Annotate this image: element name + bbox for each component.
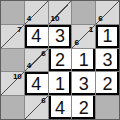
cell-value: 3 (55, 27, 65, 45)
cell-r4c2[interactable]: 4 (49, 96, 72, 119)
blocked-cell-r4c4 (96, 96, 119, 119)
cell-r4c3[interactable]: 2 (72, 96, 95, 119)
cell-value: 3 (79, 75, 89, 93)
cell-r3c4[interactable]: 2 (96, 72, 119, 95)
clue-cell-r2c1: 64 (25, 49, 48, 72)
cell-r2c2[interactable]: 2 (49, 49, 72, 72)
cell-value: 4 (55, 99, 65, 117)
blocked-cell-r2c0 (1, 49, 24, 72)
down-clue: 10 (51, 15, 60, 23)
across-clue: 6 (41, 50, 45, 58)
down-clue: 4 (27, 62, 31, 70)
cell-r3c1[interactable]: 4 (25, 72, 48, 95)
down-clue: 6 (98, 15, 102, 23)
cell-value: 2 (55, 51, 65, 69)
cell-r2c4[interactable]: 3 (96, 49, 119, 72)
cell-value: 2 (103, 75, 113, 93)
cell-r1c4[interactable]: 1 (96, 25, 119, 48)
kakuro-board: 410674316164213104132642 (0, 0, 120, 120)
clue-cell-r4c1: 6 (25, 96, 48, 119)
clue-cell-r1c0: 7 (1, 25, 24, 48)
cell-value: 3 (103, 51, 113, 69)
cell-value: 1 (103, 27, 113, 45)
down-clue: 4 (27, 15, 31, 23)
across-clue: 10 (13, 73, 22, 81)
clue-cell-r0c2: 10 (49, 1, 72, 24)
cell-r1c2[interactable]: 3 (49, 25, 72, 48)
across-clue: 1 (89, 26, 93, 34)
clue-cell-r1c3: 16 (72, 25, 95, 48)
blocked-cell-r4c0 (1, 96, 24, 119)
down-clue: 6 (74, 39, 78, 47)
clue-cell-r0c1: 4 (25, 1, 48, 24)
cell-value: 2 (79, 99, 89, 117)
blocked-cell-r0c0 (1, 1, 24, 24)
cell-value: 1 (55, 75, 65, 93)
cell-r1c1[interactable]: 4 (25, 25, 48, 48)
blocked-cell-r0c3 (72, 1, 95, 24)
cell-value: 1 (79, 51, 89, 69)
cell-r3c2[interactable]: 1 (49, 72, 72, 95)
clue-cell-r0c4: 6 (96, 1, 119, 24)
cell-value: 4 (31, 27, 41, 45)
cell-r3c3[interactable]: 3 (72, 72, 95, 95)
clue-cell-r3c0: 10 (1, 72, 24, 95)
cell-r2c3[interactable]: 1 (72, 49, 95, 72)
across-clue: 6 (41, 97, 45, 105)
across-clue: 7 (17, 26, 21, 34)
cell-value: 4 (31, 75, 41, 93)
